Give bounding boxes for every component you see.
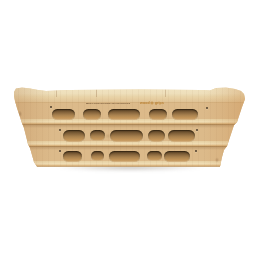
pocket-row1-3 [108,109,140,121]
pocket-row2-3 [110,130,143,142]
pocket-row1-1 [52,109,75,121]
holds-layer [12,86,246,170]
pocket-row2-5 [168,130,195,142]
screw-hole-row1-2 [206,107,208,109]
product-photo-stage: METOLIUS MOUNTAIN PRODUCTS wood grips [0,0,260,260]
pocket-row3-5 [164,151,190,162]
screw-hole-row2-1 [59,129,61,131]
screw-hole-row3-2 [195,150,197,152]
pocket-row3-4 [147,151,162,161]
pocket-row3-3 [109,151,140,162]
pocket-row3-1 [63,151,82,162]
pocket-row3-2 [91,151,104,161]
pocket-row2-4 [148,130,165,142]
pocket-row1-4 [149,109,167,120]
screw-hole-row2-2 [196,129,198,131]
pocket-row2-1 [63,130,85,142]
pocket-row1-5 [172,109,198,121]
board-silhouette: METOLIUS MOUNTAIN PRODUCTS wood grips [12,86,246,170]
screw-hole-row1-1 [50,106,52,108]
screw-hole-row3-1 [59,150,61,152]
hangboard: METOLIUS MOUNTAIN PRODUCTS wood grips [0,0,260,260]
pocket-row1-2 [83,109,101,120]
pocket-row2-2 [90,130,105,141]
